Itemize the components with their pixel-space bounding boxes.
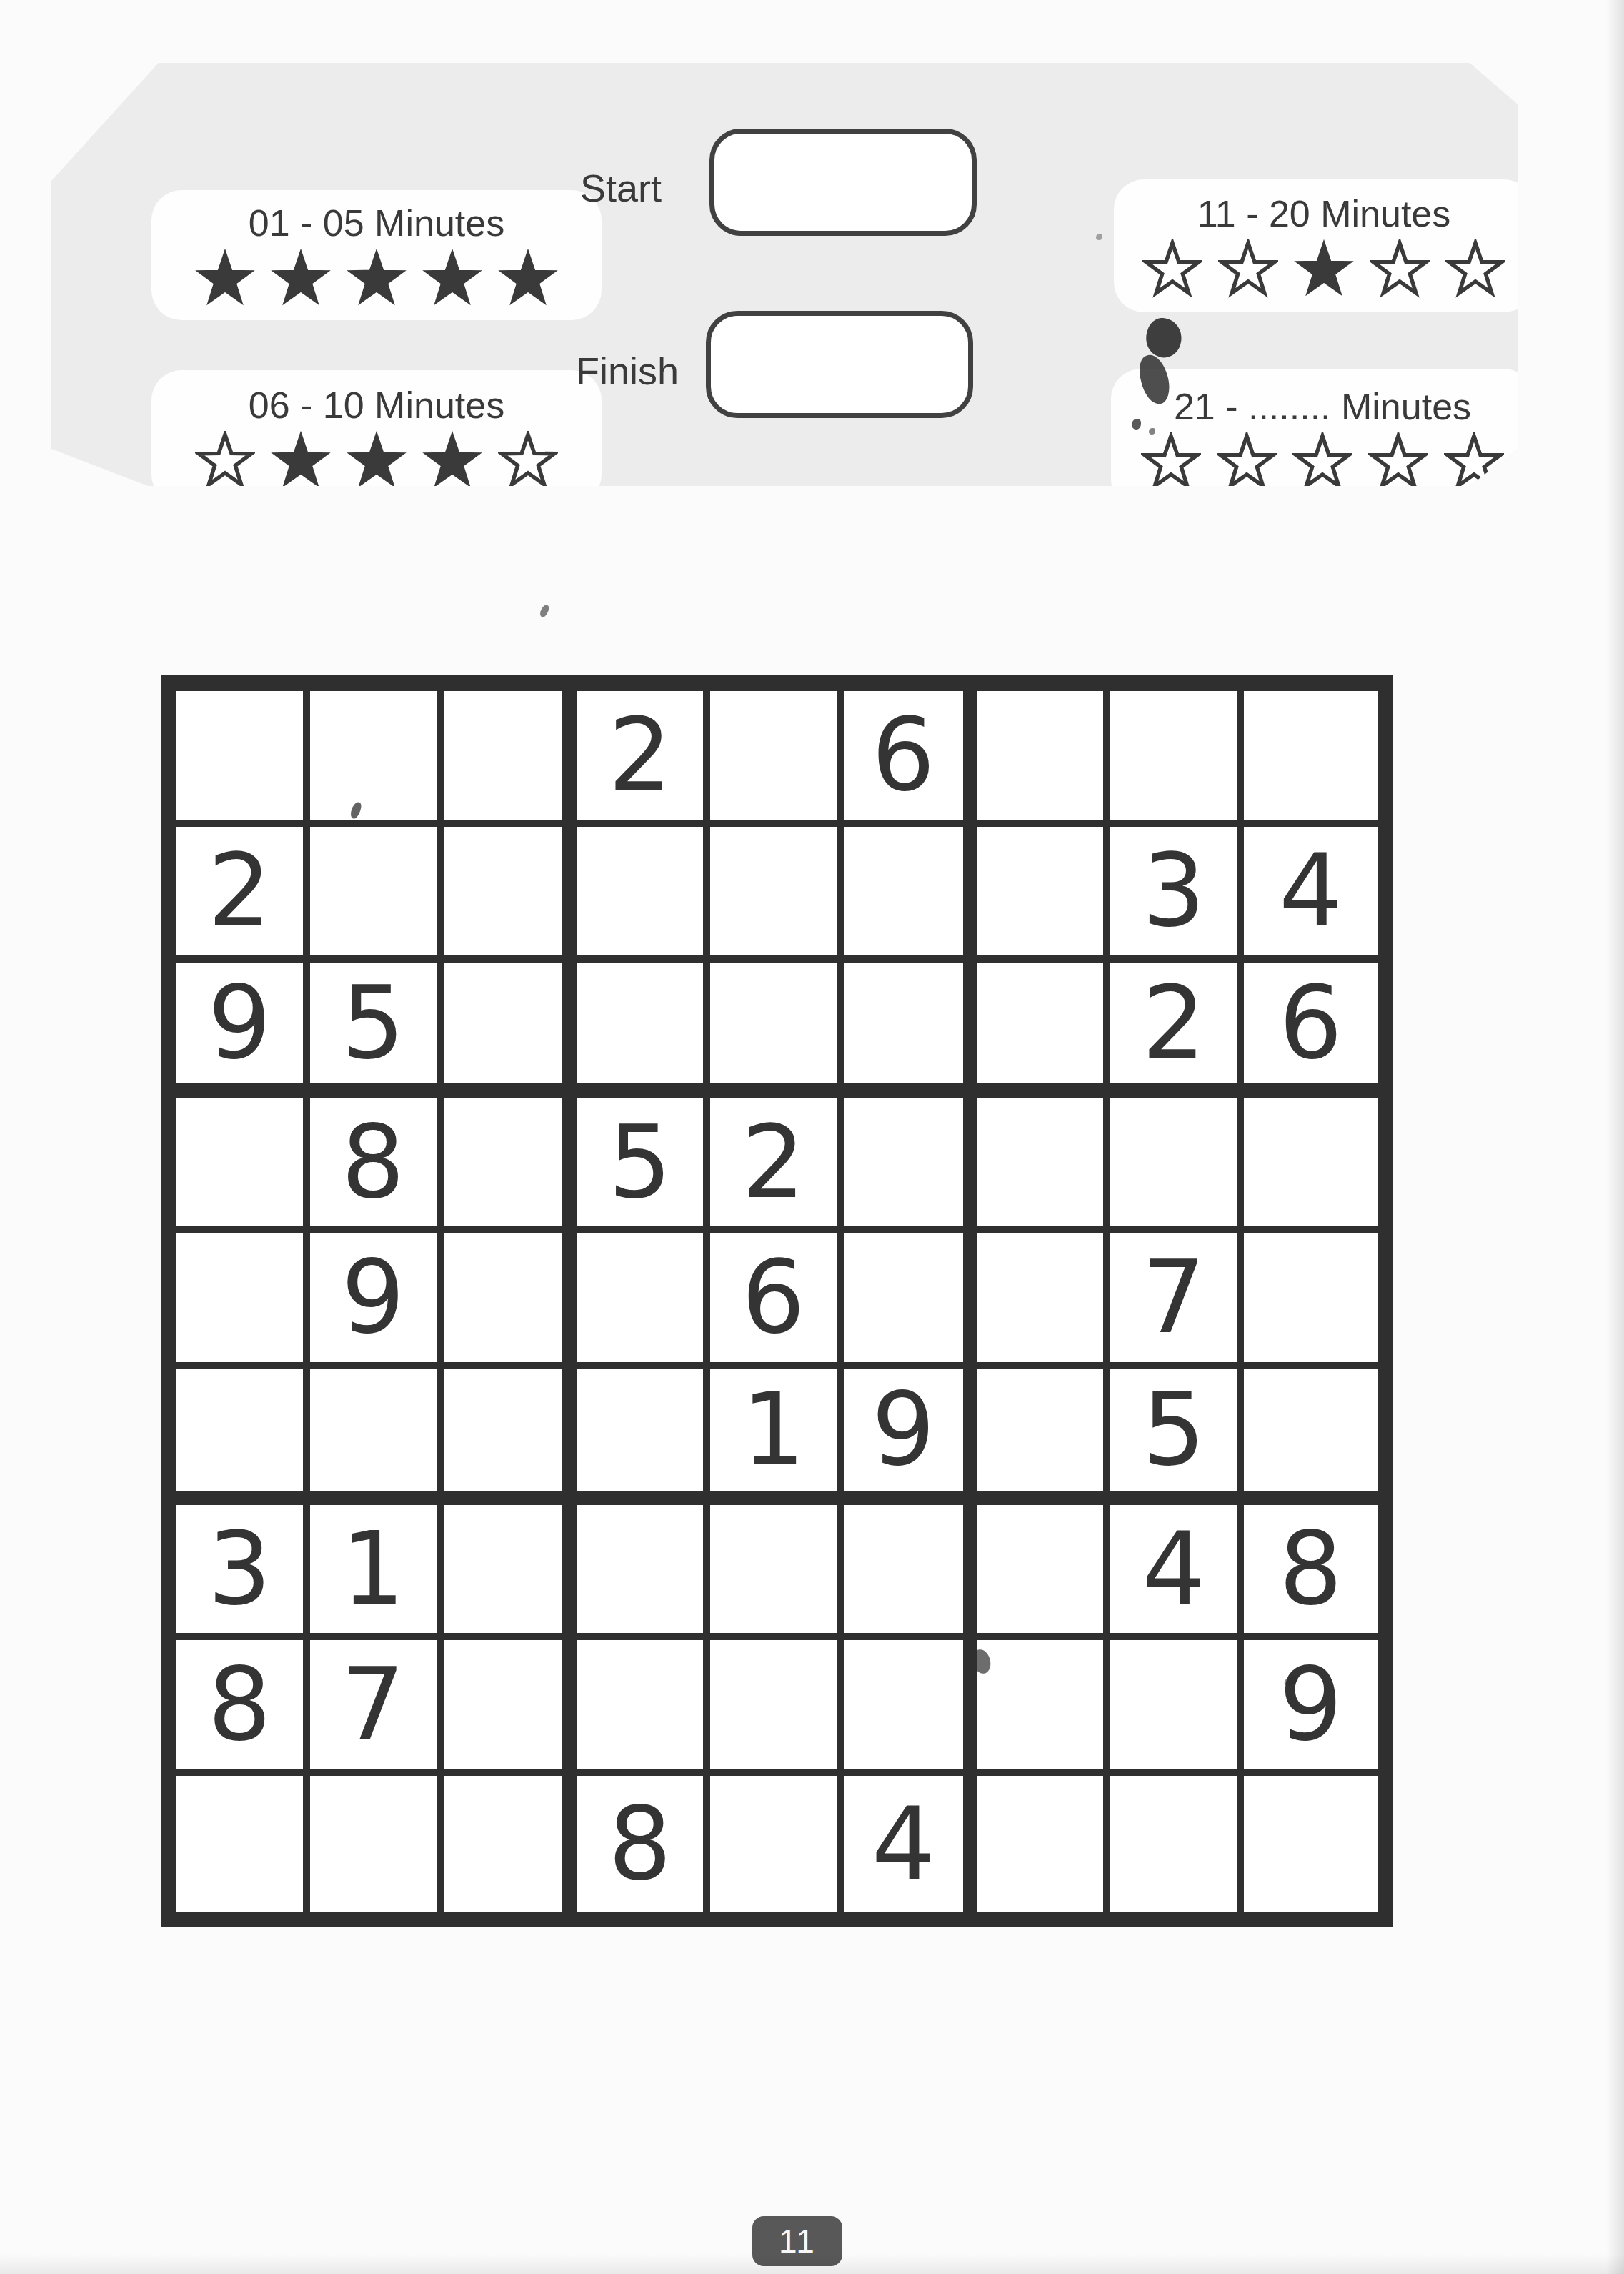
- sudoku-cell-r7c3[interactable]: [444, 1505, 577, 1641]
- rating-label-21-plus: 21 - ........ Minutes: [1174, 385, 1471, 428]
- sudoku-cell-r3c9: 6: [1244, 963, 1378, 1098]
- sudoku-cell-r7c2: 1: [310, 1505, 444, 1641]
- sudoku-cell-r8c8[interactable]: [1110, 1640, 1244, 1776]
- star-outline-icon: [1218, 239, 1278, 299]
- sudoku-cell-r5c9[interactable]: [1244, 1233, 1378, 1369]
- star-outline-icon: [1370, 239, 1430, 299]
- sudoku-cell-r5c2: 9: [310, 1233, 444, 1369]
- sudoku-cell-r2c3[interactable]: [444, 827, 577, 963]
- star-filled-icon: [195, 249, 255, 309]
- sudoku-cell-r2c5[interactable]: [710, 827, 844, 963]
- star-filled-icon: [347, 249, 407, 309]
- sudoku-cell-r3c2: 5: [310, 963, 444, 1098]
- star-filled-icon: [271, 431, 331, 491]
- sudoku-cell-r4c5: 2: [710, 1098, 844, 1233]
- start-label: Start: [580, 166, 662, 210]
- sudoku-cell-r9c3[interactable]: [444, 1776, 577, 1912]
- star-outline-icon: [1142, 239, 1202, 299]
- sudoku-cell-r8c9: 9: [1244, 1640, 1378, 1776]
- sudoku-cell-r8c2: 7: [310, 1640, 444, 1776]
- sudoku-cell-r2c9: 4: [1244, 827, 1378, 963]
- sudoku-cell-r2c7[interactable]: [977, 827, 1111, 963]
- sudoku-cell-r6c9[interactable]: [1244, 1369, 1378, 1505]
- sudoku-cell-r4c1[interactable]: [176, 1098, 310, 1233]
- sudoku-cell-r8c3[interactable]: [444, 1640, 577, 1776]
- sudoku-cell-r2c4[interactable]: [577, 827, 710, 963]
- rating-header-panel: 01 - 05 Minutes 06 - 10 Minutes 11 - 20 …: [51, 63, 1518, 486]
- sudoku-cell-r9c1[interactable]: [176, 1776, 310, 1912]
- rating-box-06-10: 06 - 10 Minutes: [151, 370, 602, 505]
- sudoku-cell-r9c8[interactable]: [1110, 1776, 1244, 1912]
- sudoku-cell-r6c4[interactable]: [577, 1369, 710, 1505]
- star-filled-icon: [271, 249, 331, 309]
- star-filled-icon: [422, 431, 482, 491]
- sudoku-cell-r6c6: 9: [844, 1369, 977, 1505]
- rating-box-21-plus: 21 - ........ Minutes: [1111, 369, 1534, 509]
- sudoku-cell-r6c8: 5: [1110, 1369, 1244, 1505]
- sudoku-cell-r6c3[interactable]: [444, 1369, 577, 1505]
- sudoku-cell-r1c4: 2: [577, 691, 710, 827]
- sudoku-cell-r7c5[interactable]: [710, 1505, 844, 1641]
- sudoku-cell-r9c4: 8: [577, 1776, 710, 1912]
- sudoku-cell-r7c6[interactable]: [844, 1505, 977, 1641]
- sudoku-cell-r2c6[interactable]: [844, 827, 977, 963]
- scan-edge-right: [1606, 0, 1624, 2274]
- sudoku-cell-r7c4[interactable]: [577, 1505, 710, 1641]
- sudoku-cell-r4c7[interactable]: [977, 1098, 1111, 1233]
- sudoku-cell-r4c3[interactable]: [444, 1098, 577, 1233]
- sudoku-cell-r6c2[interactable]: [310, 1369, 444, 1505]
- start-time-field[interactable]: [709, 129, 977, 236]
- star-row-11-20: [1142, 239, 1505, 299]
- sudoku-cell-r8c4[interactable]: [577, 1640, 710, 1776]
- star-outline-icon: [498, 431, 558, 491]
- sudoku-cell-r8c6[interactable]: [844, 1640, 977, 1776]
- star-filled-icon: [422, 249, 482, 309]
- sudoku-cell-r3c7[interactable]: [977, 963, 1111, 1098]
- sudoku-cell-r7c9: 8: [1244, 1505, 1378, 1641]
- rating-box-11-20: 11 - 20 Minutes: [1114, 179, 1534, 312]
- sudoku-cell-r2c2[interactable]: [310, 827, 444, 963]
- sudoku-cell-r9c9[interactable]: [1244, 1776, 1378, 1912]
- sudoku-cell-r1c8[interactable]: [1110, 691, 1244, 827]
- finish-time-field[interactable]: [706, 311, 973, 418]
- star-filled-icon: [498, 249, 558, 309]
- sudoku-cell-r5c6[interactable]: [844, 1233, 977, 1369]
- finish-label: Finish: [576, 349, 679, 393]
- star-outline-icon: [195, 431, 255, 491]
- sudoku-cell-r8c5[interactable]: [710, 1640, 844, 1776]
- sudoku-cell-r4c2: 8: [310, 1098, 444, 1233]
- sudoku-cell-r1c3[interactable]: [444, 691, 577, 827]
- sudoku-cell-r9c6: 4: [844, 1776, 977, 1912]
- sudoku-cell-r2c1: 2: [176, 827, 310, 963]
- sudoku-cell-r4c6[interactable]: [844, 1098, 977, 1233]
- sudoku-cell-r1c2[interactable]: [310, 691, 444, 827]
- star-row-21-plus: [1141, 432, 1504, 492]
- scan-edge-bottom: [0, 2254, 1624, 2274]
- rating-label-11-20: 11 - 20 Minutes: [1197, 192, 1451, 235]
- sudoku-cell-r6c7[interactable]: [977, 1369, 1111, 1505]
- scan-artifact: [539, 604, 550, 618]
- sudoku-cell-r9c5[interactable]: [710, 1776, 844, 1912]
- star-outline-icon: [1368, 432, 1428, 492]
- sudoku-cell-r3c3[interactable]: [444, 963, 577, 1098]
- sudoku-cell-r1c7[interactable]: [977, 691, 1111, 827]
- star-filled-icon: [347, 431, 407, 491]
- sudoku-cell-r4c4: 5: [577, 1098, 710, 1233]
- sudoku-cell-r5c5: 6: [710, 1233, 844, 1369]
- star-outline-icon: [1141, 432, 1201, 492]
- rating-box-01-05: 01 - 05 Minutes: [151, 190, 602, 320]
- scan-artifact: [1132, 419, 1141, 430]
- sudoku-cell-r3c6[interactable]: [844, 963, 977, 1098]
- sudoku-cell-r8c7[interactable]: [977, 1640, 1111, 1776]
- star-outline-icon: [1444, 432, 1504, 492]
- sudoku-cell-r4c9[interactable]: [1244, 1098, 1378, 1233]
- sudoku-cell-r9c2[interactable]: [310, 1776, 444, 1912]
- star-outline-icon: [1292, 432, 1352, 492]
- sudoku-cell-r3c4[interactable]: [577, 963, 710, 1098]
- scan-artifact: [1096, 234, 1102, 240]
- sudoku-cell-r5c8: 7: [1110, 1233, 1244, 1369]
- sudoku-cell-r5c1[interactable]: [176, 1233, 310, 1369]
- sudoku-cell-r3c5[interactable]: [710, 963, 844, 1098]
- sudoku-cell-r3c1: 9: [176, 963, 310, 1098]
- sudoku-cell-r5c7[interactable]: [977, 1233, 1111, 1369]
- star-filled-icon: [1294, 239, 1354, 299]
- sudoku-cell-r5c4[interactable]: [577, 1233, 710, 1369]
- sudoku-cell-r4c8[interactable]: [1110, 1098, 1244, 1233]
- sudoku-cell-r1c9[interactable]: [1244, 691, 1378, 827]
- scan-artifact: [1149, 428, 1155, 435]
- sudoku-cell-r1c5[interactable]: [710, 691, 844, 827]
- sudoku-cell-r1c6: 6: [844, 691, 977, 827]
- sudoku-cell-r3c8: 2: [1110, 963, 1244, 1098]
- rating-label-01-05: 01 - 05 Minutes: [249, 202, 504, 244]
- sudoku-grid: 262349526852967195314887984: [161, 675, 1393, 1927]
- sudoku-cell-r7c1: 3: [176, 1505, 310, 1641]
- rating-label-06-10: 06 - 10 Minutes: [249, 384, 504, 427]
- sudoku-cell-r9c7[interactable]: [977, 1776, 1111, 1912]
- star-outline-icon: [1217, 432, 1277, 492]
- sudoku-cell-r7c8: 4: [1110, 1505, 1244, 1641]
- star-row-01-05: [195, 249, 558, 309]
- sudoku-cell-r6c1[interactable]: [176, 1369, 310, 1505]
- sudoku-cell-r8c1: 8: [176, 1640, 310, 1776]
- sudoku-cell-r6c5: 1: [710, 1369, 844, 1505]
- scanned-puzzle-page: 01 - 05 Minutes 06 - 10 Minutes 11 - 20 …: [0, 0, 1624, 2274]
- star-outline-icon: [1445, 239, 1505, 299]
- sudoku-cell-r5c3[interactable]: [444, 1233, 577, 1369]
- sudoku-cell-r7c7[interactable]: [977, 1505, 1111, 1641]
- star-row-06-10: [195, 431, 558, 491]
- sudoku-cell-r2c8: 3: [1110, 827, 1244, 963]
- sudoku-cell-r1c1[interactable]: [176, 691, 310, 827]
